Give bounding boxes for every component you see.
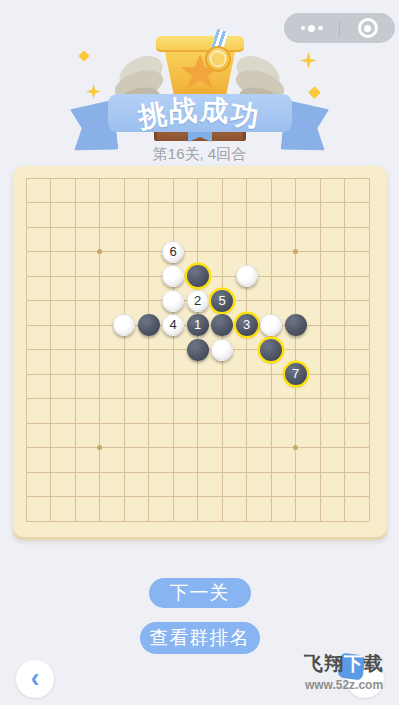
stone-black-9-6: 5 [211,290,233,312]
grid-line [26,496,369,497]
more-dots-icon [318,26,323,31]
trophy-cup-icon [156,36,244,52]
stone-black-10-7: 3 [236,314,258,336]
back-button[interactable]: ‹ [16,660,54,698]
grid-line [320,178,321,521]
grid-line [26,398,369,399]
star-point [293,249,298,254]
stone-white-7-7: 4 [162,314,184,336]
back-chevron-icon: ‹ [31,661,40,695]
star-point [97,249,102,254]
stone-black-12-7 [285,314,307,336]
stone-white-9-8 [211,339,233,361]
wechat-capsule [284,13,395,43]
watermark-title: 飞翔下载 [292,651,396,677]
medal-icon [210,51,226,67]
grid-line [344,178,345,521]
stone-black-6-7 [138,314,160,336]
home-button[interactable] [340,13,395,43]
stone-black-12-9: 7 [285,363,307,385]
watermark-url: www.52z.com [292,678,396,692]
home-circle-icon [358,18,378,38]
star-point [293,445,298,450]
grid-line [26,521,369,522]
stone-black-9-7 [211,314,233,336]
grid-line [246,178,247,521]
sparkle-icon [86,84,101,99]
stone-white-7-6 [162,290,184,312]
stone-white-11-7 [260,314,282,336]
sparkle-icon [300,52,317,69]
level-round-label: 第16关, 4回合 [0,145,399,164]
more-button[interactable] [284,13,339,43]
stone-white-8-6: 2 [187,290,209,312]
more-dots-icon [308,25,315,32]
grid-line [26,423,369,424]
stone-black-8-7: 1 [187,314,209,336]
stone-white-5-7 [113,314,135,336]
group-ranking-button[interactable]: 查看群排名 [140,622,260,654]
stone-white-7-4: 6 [162,241,184,263]
sparkle-icon [308,86,321,99]
sparkle-icon [78,50,89,61]
grid-line [26,374,369,375]
board: 6254137 [13,166,387,540]
stone-white-10-5 [236,265,258,287]
stone-black-8-5 [187,265,209,287]
stone-black-8-8 [187,339,209,361]
next-level-button[interactable]: 下一关 [149,578,251,608]
stone-black-11-8 [260,339,282,361]
banner: 挑战成功 [108,94,292,132]
grid-line [295,178,296,521]
grid-line [26,447,369,448]
grid-line [369,178,370,521]
more-dots-icon [301,26,306,31]
star-point [97,445,102,450]
watermark: 飞翔下载 www.52z.com [292,651,396,692]
banner-title: 挑战成功 [138,94,262,132]
stone-white-7-5 [162,265,184,287]
grid-line [26,472,369,473]
